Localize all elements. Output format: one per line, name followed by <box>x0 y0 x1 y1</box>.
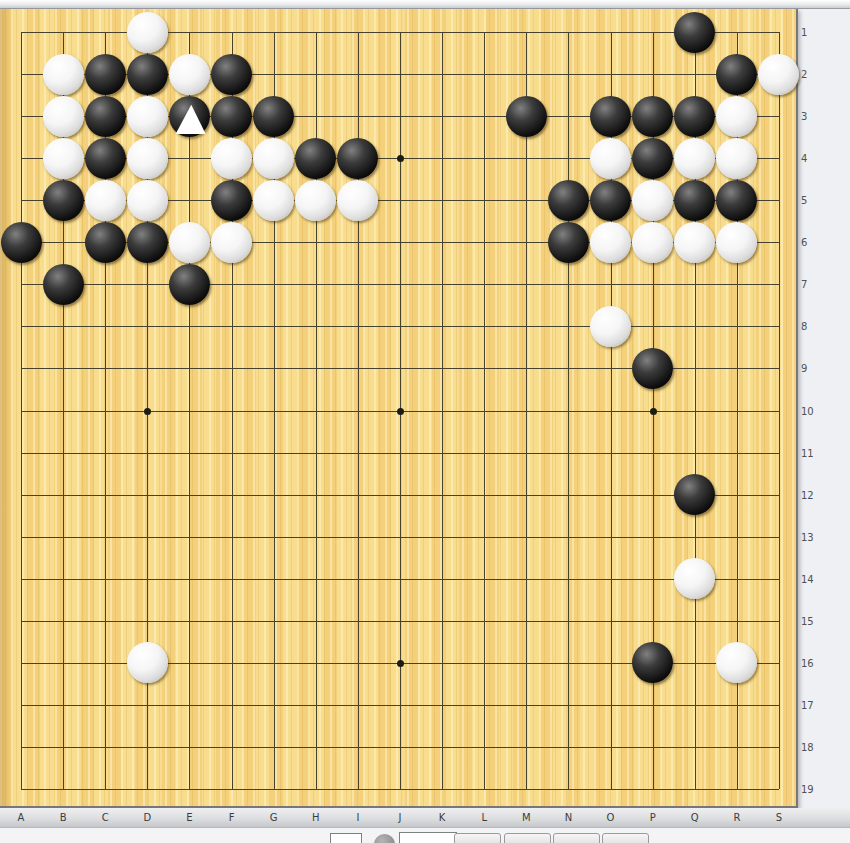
black-stone <box>211 54 252 95</box>
move-number-input[interactable] <box>330 833 362 843</box>
column-label: E <box>180 812 198 823</box>
black-stone <box>337 138 378 179</box>
grid-line-v <box>779 32 780 789</box>
grid-line-v <box>442 32 443 789</box>
white-stone <box>85 180 126 221</box>
row-label: 1 <box>801 27 819 38</box>
white-stone <box>337 180 378 221</box>
white-stone <box>127 642 168 683</box>
white-stone <box>758 54 799 95</box>
column-label: I <box>349 812 367 823</box>
column-label: O <box>602 812 620 823</box>
nav-button-4[interactable] <box>602 833 649 843</box>
black-stone <box>590 180 631 221</box>
white-stone <box>632 222 673 263</box>
white-stone <box>211 138 252 179</box>
nav-button-3[interactable] <box>553 833 600 843</box>
column-label: N <box>559 812 577 823</box>
row-label: 11 <box>801 448 819 459</box>
row-label: 2 <box>801 69 819 80</box>
black-stone <box>211 96 252 137</box>
black-stone <box>211 180 252 221</box>
column-label: G <box>265 812 283 823</box>
grid-line-h <box>21 495 779 496</box>
white-stone <box>590 306 631 347</box>
black-stone <box>632 348 673 389</box>
black-stone <box>127 54 168 95</box>
white-stone <box>127 12 168 53</box>
row-label: 18 <box>801 742 819 753</box>
black-stone <box>169 96 210 137</box>
column-label: B <box>54 812 72 823</box>
white-stone <box>43 138 84 179</box>
row-label: 7 <box>801 279 819 290</box>
black-stone <box>127 222 168 263</box>
footer-toolbar <box>0 828 850 843</box>
row-label: 5 <box>801 195 819 206</box>
column-label: R <box>728 812 746 823</box>
star-point <box>650 408 657 415</box>
white-stone <box>127 138 168 179</box>
white-stone <box>211 222 252 263</box>
white-stone <box>632 180 673 221</box>
grid-line-h <box>21 705 779 706</box>
column-label: A <box>12 812 30 823</box>
white-stone <box>169 54 210 95</box>
column-label: H <box>307 812 325 823</box>
black-stone <box>716 180 757 221</box>
black-stone <box>85 54 126 95</box>
white-stone <box>716 138 757 179</box>
row-label: 8 <box>801 321 819 332</box>
star-point <box>397 660 404 667</box>
row-label: 10 <box>801 406 819 417</box>
white-stone <box>43 96 84 137</box>
white-stone <box>674 138 715 179</box>
column-label: K <box>433 812 451 823</box>
white-stone <box>127 96 168 137</box>
black-stone <box>85 96 126 137</box>
white-stone <box>43 54 84 95</box>
row-label: 3 <box>801 111 819 122</box>
white-stone <box>295 180 336 221</box>
black-stone <box>43 264 84 305</box>
row-label: 14 <box>801 574 819 585</box>
column-label: S <box>770 812 788 823</box>
column-label: J <box>391 812 409 823</box>
black-stone <box>674 96 715 137</box>
black-stone <box>85 138 126 179</box>
row-label: 12 <box>801 490 819 501</box>
star-point <box>397 408 404 415</box>
go-viewer-window: ABCDEFGHIJKLMNOPQRS123456789101112131415… <box>0 0 850 843</box>
white-stone <box>590 138 631 179</box>
grid-line-h <box>21 621 779 622</box>
row-label: 9 <box>801 363 819 374</box>
nav-button-1[interactable] <box>454 833 501 843</box>
black-stone <box>295 138 336 179</box>
black-stone <box>674 12 715 53</box>
nav-button-2[interactable] <box>504 833 551 843</box>
grid-line-h <box>21 537 779 538</box>
last-move-triangle-icon <box>175 105 205 135</box>
white-stone <box>253 180 294 221</box>
grid-line-v <box>568 32 569 789</box>
black-stone <box>548 180 589 221</box>
column-label: Q <box>686 812 704 823</box>
white-stone <box>716 96 757 137</box>
black-stone <box>253 96 294 137</box>
column-label-strip <box>0 808 850 828</box>
window-top-chrome <box>0 0 850 9</box>
black-stone <box>674 180 715 221</box>
white-stone <box>716 222 757 263</box>
white-stone <box>674 222 715 263</box>
grid-line-h <box>21 453 779 454</box>
black-stone <box>632 138 673 179</box>
row-label: 17 <box>801 700 819 711</box>
black-stone <box>590 96 631 137</box>
grid-line-h <box>21 789 779 790</box>
row-label: 19 <box>801 784 819 795</box>
black-stone <box>169 264 210 305</box>
black-stone <box>548 222 589 263</box>
white-stone <box>127 180 168 221</box>
black-stone <box>716 54 757 95</box>
star-point <box>144 408 151 415</box>
white-stone <box>590 222 631 263</box>
column-label: P <box>644 812 662 823</box>
black-stone <box>632 96 673 137</box>
row-label: 4 <box>801 153 819 164</box>
grid-line-v <box>526 32 527 789</box>
stone-color-indicator-icon <box>374 834 395 843</box>
white-stone <box>169 222 210 263</box>
black-stone <box>1 222 42 263</box>
column-label: D <box>138 812 156 823</box>
row-label: 6 <box>801 237 819 248</box>
column-label: F <box>223 812 241 823</box>
grid-line-v <box>484 32 485 789</box>
column-label: M <box>517 812 535 823</box>
black-stone <box>43 180 84 221</box>
white-stone <box>253 138 294 179</box>
column-label: C <box>96 812 114 823</box>
row-label: 16 <box>801 658 819 669</box>
black-stone <box>506 96 547 137</box>
value-select[interactable] <box>399 832 457 843</box>
row-label: 13 <box>801 532 819 543</box>
grid-line-h <box>21 579 779 580</box>
black-stone <box>85 222 126 263</box>
grid-line-h <box>21 747 779 748</box>
column-label: L <box>475 812 493 823</box>
row-label: 15 <box>801 616 819 627</box>
